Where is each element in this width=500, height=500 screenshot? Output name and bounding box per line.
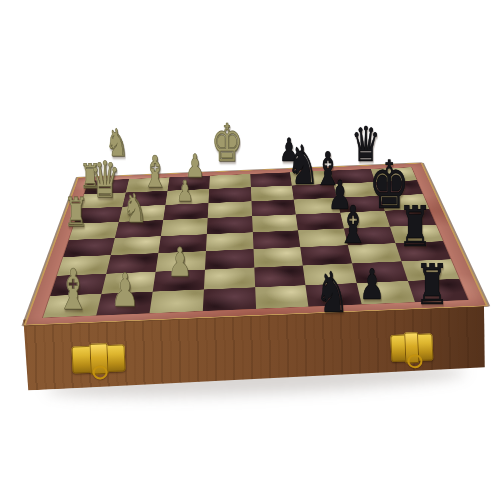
piece-white-knight-b5[interactable]: ♞ <box>123 188 147 228</box>
square-a4[interactable] <box>63 238 115 257</box>
piece-white-rook-a5[interactable]: ♜ <box>64 192 88 232</box>
square-e1[interactable] <box>255 285 309 308</box>
square-e5[interactable] <box>252 214 299 232</box>
brass-latch-left <box>72 344 126 373</box>
product-photo: ♞♛♚♟♟♞♝♜♝♛♟♟♚♞♜♝♜♟♟♜♟♝♞ <box>0 0 500 500</box>
piece-black-pawn-g2[interactable]: ♟ <box>359 264 385 306</box>
piece-white-pawn-b1[interactable]: ♟ <box>111 267 139 313</box>
piece-white-queen-a6[interactable]: ♛ <box>90 155 120 205</box>
square-d1[interactable] <box>202 287 255 311</box>
square-d2[interactable] <box>204 268 255 290</box>
square-b4[interactable] <box>111 236 161 255</box>
piece-black-rook-h1[interactable]: ♜ <box>415 257 449 313</box>
square-d4[interactable] <box>206 232 253 251</box>
square-d3[interactable] <box>205 249 254 269</box>
piece-black-rook-h4[interactable]: ♜ <box>398 199 432 255</box>
piece-white-king-d8[interactable]: ♚ <box>211 117 243 169</box>
piece-white-pawn-c2[interactable]: ♟ <box>168 242 192 282</box>
square-e4[interactable] <box>252 230 300 249</box>
piece-white-bishop-a1[interactable]: ♝ <box>56 262 90 318</box>
square-e2[interactable] <box>254 266 306 288</box>
piece-black-bishop-g4[interactable]: ♝ <box>337 199 369 251</box>
square-e3[interactable] <box>253 247 303 267</box>
piece-black-knight-f1[interactable]: ♞ <box>315 265 349 321</box>
square-d5[interactable] <box>207 216 253 234</box>
square-c1[interactable] <box>149 290 203 314</box>
piece-white-pawn-c6[interactable]: ♟ <box>176 177 194 206</box>
brass-latch-right <box>390 333 433 362</box>
